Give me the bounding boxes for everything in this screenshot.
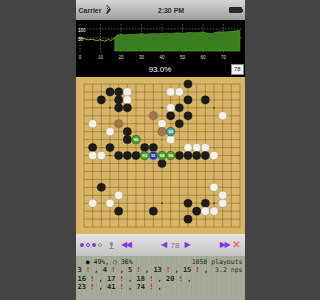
- white-stone: [114, 191, 122, 199]
- black-stone: [175, 104, 183, 112]
- black-stone: [105, 144, 113, 152]
- playouts-info: 1050 playouts 3.2 nps: [192, 258, 243, 274]
- black-stone: [183, 80, 191, 88]
- svg-text:20: 20: [118, 55, 124, 60]
- black-stone: [131, 151, 139, 159]
- move-line: 23 ! , 41 ! , 74 ! ,: [78, 283, 243, 292]
- winrate-value: 93.0%: [76, 65, 245, 74]
- playback-controls: ◀◀ ◀ 78 ▶ ▶▶ ✕: [76, 234, 245, 256]
- white-stone: [209, 207, 217, 215]
- white-stone: [88, 120, 96, 128]
- analysis-panel: ☝ ● 49%, ○ 36% 1050 playouts 3.2 nps 3 !…: [76, 256, 245, 300]
- black-stone: [114, 96, 122, 104]
- svg-text:50: 50: [78, 37, 84, 42]
- black-stone: [183, 96, 191, 104]
- black-stone: [123, 128, 131, 136]
- clock-label: 2:30 PM: [113, 7, 228, 14]
- white-stone: [97, 151, 105, 159]
- black-stone: [157, 159, 165, 167]
- go-board[interactable]: 959293919496: [76, 77, 245, 234]
- black-stone: [114, 207, 122, 215]
- mode-dot[interactable]: [80, 243, 85, 248]
- black-stone: [105, 88, 113, 96]
- battery-icon: [229, 7, 242, 13]
- black-stone: [175, 151, 183, 159]
- recent-move-stone: [149, 112, 157, 120]
- mode-dot[interactable]: [86, 243, 91, 248]
- white-stone: [218, 112, 226, 120]
- svg-text:91: 91: [150, 153, 155, 158]
- black-stone: [183, 151, 191, 159]
- svg-text:70: 70: [220, 55, 226, 60]
- black-stone: [183, 112, 191, 120]
- svg-text:95: 95: [133, 137, 138, 142]
- black-stone: [114, 104, 122, 112]
- recent-move-stone: [114, 120, 122, 128]
- black-stone: [201, 199, 209, 207]
- white-stone: [157, 120, 165, 128]
- black-stone: [175, 120, 183, 128]
- white-stone: [192, 144, 200, 152]
- black-stone: [201, 151, 209, 159]
- black-stone: [140, 144, 148, 152]
- black-winrate: 49%,: [93, 258, 109, 266]
- fast-forward-button[interactable]: ▶▶: [220, 241, 229, 249]
- svg-text:10: 10: [97, 55, 103, 60]
- svg-text:40: 40: [159, 55, 165, 60]
- white-stone: [166, 136, 174, 144]
- svg-text:100: 100: [78, 28, 86, 33]
- mode-dot[interactable]: [92, 243, 97, 248]
- back-button[interactable]: ◀: [161, 241, 166, 249]
- microphone-icon[interactable]: [109, 242, 114, 249]
- svg-text:92: 92: [168, 129, 173, 134]
- app-screen: Carrier 2:30 PM 10050010203040506070 93.…: [76, 0, 245, 300]
- white-stone-icon: ○: [113, 258, 117, 266]
- white-stone: [105, 199, 113, 207]
- svg-text:60: 60: [200, 55, 206, 60]
- black-stone: [149, 144, 157, 152]
- mode-dots[interactable]: [80, 243, 103, 248]
- black-stone: [88, 144, 96, 152]
- white-stone: [123, 88, 131, 96]
- black-stone: [166, 112, 174, 120]
- black-stone: [123, 104, 131, 112]
- black-stone: [123, 151, 131, 159]
- white-stone: [166, 104, 174, 112]
- white-stone: [88, 151, 96, 159]
- white-stone: [175, 88, 183, 96]
- white-stone: [183, 144, 191, 152]
- winrate-graph[interactable]: 10050010203040506070: [76, 20, 245, 62]
- black-stone: [97, 96, 105, 104]
- wifi-icon: [103, 7, 111, 13]
- status-bar: Carrier 2:30 PM: [76, 0, 245, 20]
- black-stone: [114, 88, 122, 96]
- white-stone: [218, 191, 226, 199]
- move-line: 16 ! , 17 ! , 18 ! , 20 ! ,: [78, 275, 243, 284]
- svg-text:50: 50: [179, 55, 185, 60]
- black-stone: [114, 151, 122, 159]
- winrate-bar: 93.0% 78: [76, 62, 245, 77]
- white-stone: [209, 183, 217, 191]
- svg-text:96: 96: [168, 153, 173, 158]
- black-stone: [97, 183, 105, 191]
- mode-dot[interactable]: [98, 243, 103, 248]
- svg-text:0: 0: [78, 55, 81, 60]
- white-stone: [123, 96, 131, 104]
- svg-text:94: 94: [159, 153, 164, 158]
- black-stone: [123, 136, 131, 144]
- black-stone: [192, 151, 200, 159]
- white-stone: [88, 199, 96, 207]
- rewind-button[interactable]: ◀◀: [121, 241, 130, 249]
- white-stone: [218, 199, 226, 207]
- black-stone: [201, 96, 209, 104]
- recent-move-stone: [157, 128, 165, 136]
- close-button[interactable]: ✕: [232, 240, 240, 250]
- svg-text:93: 93: [142, 153, 147, 158]
- white-stone: [105, 128, 113, 136]
- black-stone: [183, 199, 191, 207]
- move-number-box[interactable]: 78: [231, 64, 244, 75]
- carrier-label: Carrier: [79, 7, 102, 14]
- black-stone-icon: ●: [86, 258, 90, 266]
- forward-button[interactable]: ▶: [185, 241, 190, 249]
- white-stone: [209, 151, 217, 159]
- white-stone: [201, 207, 209, 215]
- white-winrate: 36%: [121, 258, 133, 266]
- black-stone: [183, 215, 191, 223]
- white-stone: [166, 88, 174, 96]
- white-stone: [201, 144, 209, 152]
- black-stone: [192, 207, 200, 215]
- move-counter: 78: [171, 241, 180, 250]
- svg-text:30: 30: [138, 55, 144, 60]
- pointing-hand-icon: ☝: [78, 258, 82, 266]
- black-stone: [149, 207, 157, 215]
